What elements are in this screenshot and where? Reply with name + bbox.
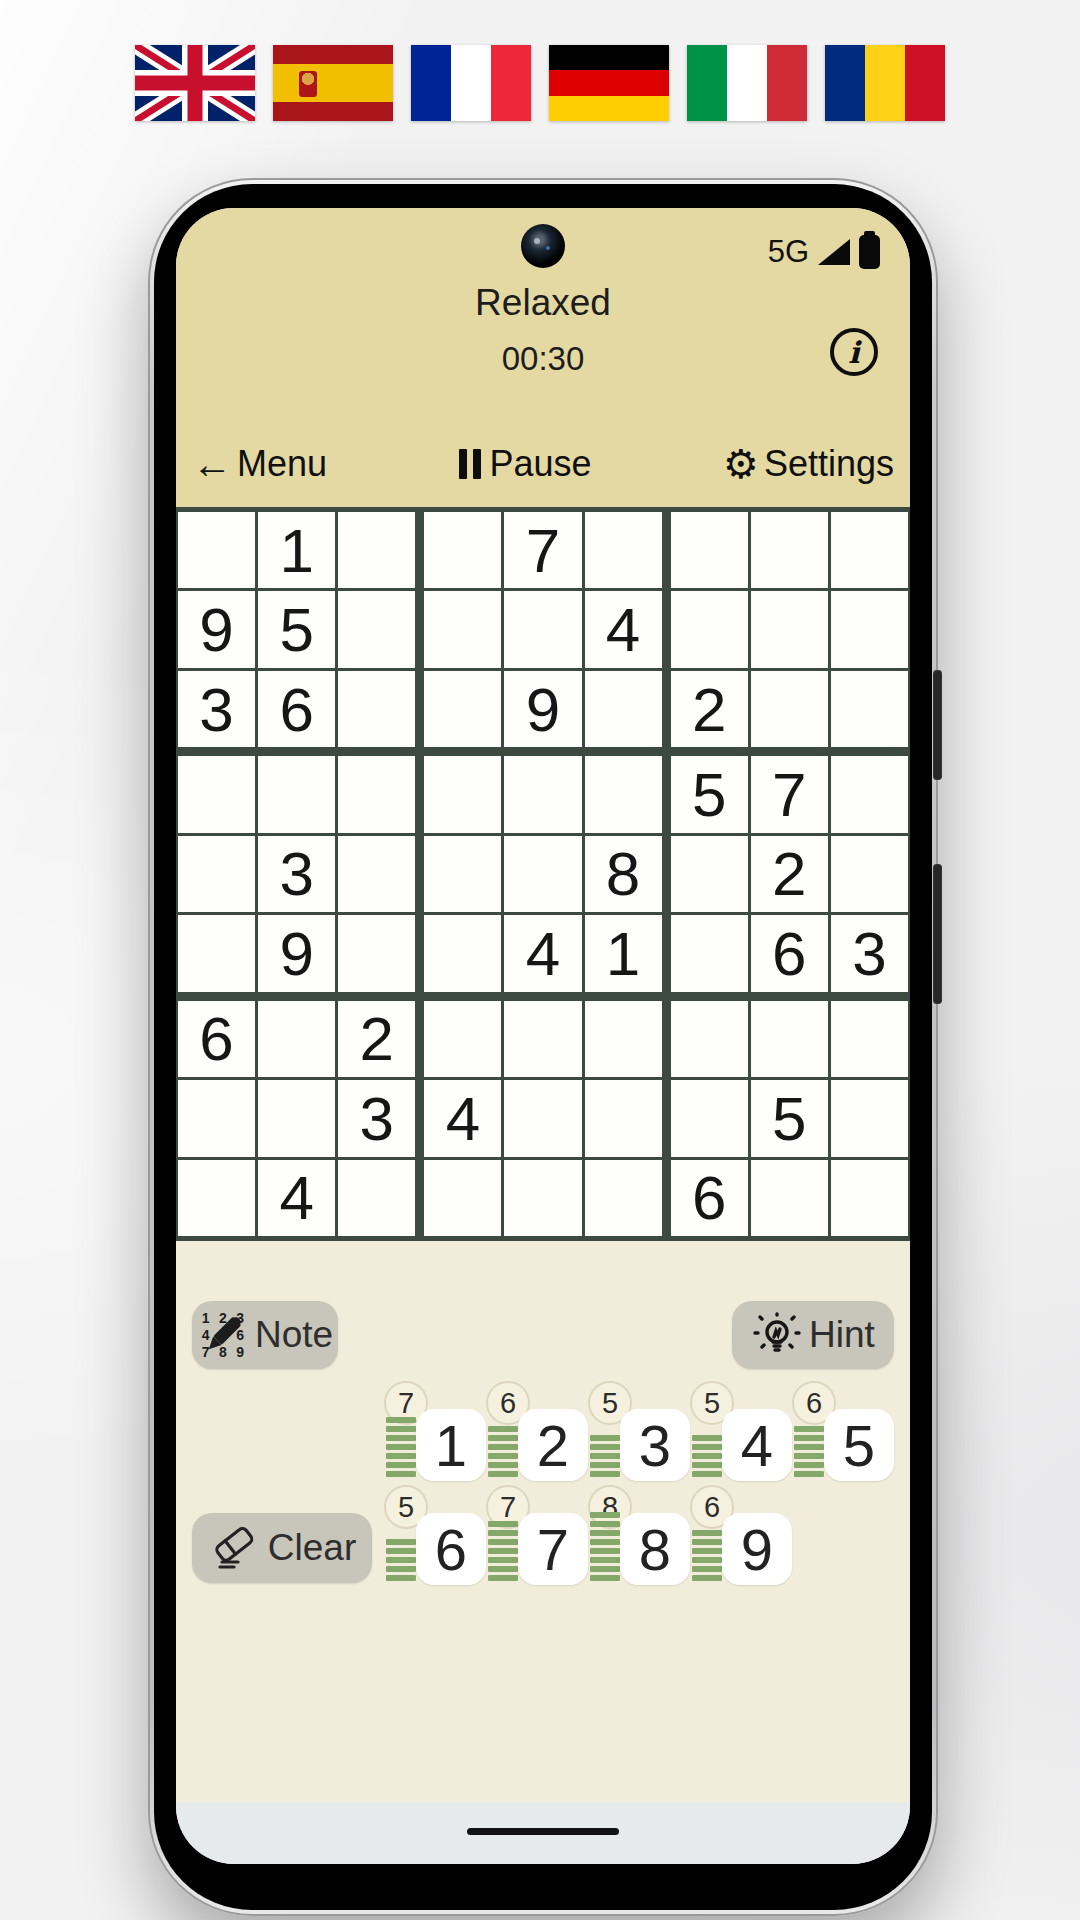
power-button	[933, 670, 942, 780]
cell-r5c1[interactable]	[178, 836, 255, 912]
spain-coat-of-arms	[299, 71, 317, 97]
pad-unit-4: 54	[690, 1381, 792, 1481]
remaining-bars-6	[386, 1539, 416, 1581]
cell-r4c8[interactable]: 7	[751, 756, 828, 832]
cell-r8c4[interactable]: 4	[424, 1080, 501, 1156]
cell-r6c2[interactable]: 9	[258, 915, 335, 991]
cell-r3c6[interactable]	[585, 671, 662, 747]
cell-r9c5[interactable]	[504, 1160, 581, 1236]
gesture-bar	[176, 1802, 910, 1864]
cell-r2c2[interactable]: 5	[258, 591, 335, 667]
pad-unit-2: 62	[486, 1381, 588, 1481]
pause-button[interactable]: Pause	[459, 443, 592, 485]
sudoku-box-6: 57263	[671, 756, 908, 991]
signal-icon	[818, 239, 850, 265]
digit-button-2[interactable]: 2	[518, 1409, 588, 1481]
settings-button[interactable]: ⚙ Settings	[723, 443, 894, 485]
cell-r2c4[interactable]	[424, 591, 501, 667]
cell-r1c1[interactable]	[178, 512, 255, 588]
front-camera	[521, 224, 565, 268]
cell-r5c4[interactable]	[424, 836, 501, 912]
app-lower-panel: 123456789 Note	[176, 1241, 910, 1802]
hint-label: Hint	[809, 1314, 875, 1356]
cell-r7c1[interactable]: 6	[178, 1001, 255, 1077]
cell-r1c3[interactable]	[338, 512, 415, 588]
pause-icon	[459, 449, 481, 479]
cell-r7c8[interactable]	[751, 1001, 828, 1077]
cell-r2c7[interactable]	[671, 591, 748, 667]
cell-r9c6[interactable]	[585, 1160, 662, 1236]
pad-unit-7: 77	[486, 1485, 588, 1585]
cell-r8c6[interactable]	[585, 1080, 662, 1156]
digit-button-5[interactable]: 5	[824, 1409, 894, 1481]
pad-unit-9: 69	[690, 1485, 792, 1585]
cell-r3c3[interactable]	[338, 671, 415, 747]
battery-icon	[859, 235, 880, 269]
sudoku-box-8: 4	[424, 1001, 661, 1236]
remaining-bars-7	[488, 1521, 518, 1581]
note-button[interactable]: 123456789 Note	[192, 1301, 338, 1369]
cell-r4c5[interactable]	[504, 756, 581, 832]
flag-spain-icon[interactable]	[273, 45, 393, 121]
cell-r9c9[interactable]	[831, 1160, 908, 1236]
menu-label: Menu	[237, 443, 327, 485]
pad-unit-8: 88	[588, 1485, 690, 1585]
cell-r3c5[interactable]: 9	[504, 671, 581, 747]
cell-r4c9[interactable]	[831, 756, 908, 832]
cell-r8c2[interactable]	[258, 1080, 335, 1156]
cell-r3c4[interactable]	[424, 671, 501, 747]
app-header: 5G Relaxed 00:30 i ← Menu Pause	[176, 208, 910, 507]
digit-button-3[interactable]: 3	[620, 1409, 690, 1481]
sudoku-box-4: 39	[178, 756, 415, 991]
pad-row-1: 7162535465	[384, 1381, 894, 1481]
flag-france-icon[interactable]	[411, 45, 531, 121]
pad-unit-5: 65	[792, 1381, 894, 1481]
flag-germany-icon[interactable]	[549, 45, 669, 121]
cell-r1c6[interactable]	[585, 512, 662, 588]
phone-mockup: 5G Relaxed 00:30 i ← Menu Pause	[148, 178, 938, 1916]
remaining-bars-1	[386, 1417, 416, 1477]
cell-r2c9[interactable]	[831, 591, 908, 667]
cell-r4c2[interactable]	[258, 756, 335, 832]
sudoku-box-7: 6234	[178, 1001, 415, 1236]
cell-r1c5[interactable]: 7	[504, 512, 581, 588]
cell-r7c9[interactable]	[831, 1001, 908, 1077]
cell-r5c2[interactable]: 3	[258, 836, 335, 912]
cell-r9c3[interactable]	[338, 1160, 415, 1236]
digit-button-9[interactable]: 9	[722, 1513, 792, 1585]
cell-r6c5[interactable]: 4	[504, 915, 581, 991]
pad-unit-3: 53	[588, 1381, 690, 1481]
cell-r5c6[interactable]: 8	[585, 836, 662, 912]
cell-r6c8[interactable]: 6	[751, 915, 828, 991]
cell-r4c1[interactable]	[178, 756, 255, 832]
sudoku-board: 19536749239841572636234456	[176, 507, 910, 1241]
app-screen: 5G Relaxed 00:30 i ← Menu Pause	[176, 208, 910, 1864]
pad-unit-6: 56	[384, 1485, 486, 1585]
cell-r9c2[interactable]: 4	[258, 1160, 335, 1236]
cell-r7c6[interactable]	[585, 1001, 662, 1077]
cell-r3c7[interactable]: 2	[671, 671, 748, 747]
remaining-bars-3	[590, 1435, 620, 1477]
cell-r5c7[interactable]	[671, 836, 748, 912]
union-jack	[135, 45, 255, 121]
info-icon[interactable]: i	[830, 328, 878, 376]
flag-united-kingdom-icon[interactable]	[135, 45, 255, 121]
digit-button-8[interactable]: 8	[620, 1513, 690, 1585]
digit-button-6[interactable]: 6	[416, 1513, 486, 1585]
cell-r8c3[interactable]: 3	[338, 1080, 415, 1156]
cell-r9c7[interactable]: 6	[671, 1160, 748, 1236]
cell-r8c9[interactable]	[831, 1080, 908, 1156]
cell-r2c5[interactable]	[504, 591, 581, 667]
home-indicator[interactable]	[467, 1828, 619, 1835]
sudoku-box-3: 2	[671, 512, 908, 747]
sudoku-box-9: 56	[671, 1001, 908, 1236]
remaining-bars-4	[692, 1435, 722, 1477]
status-bar: 5G	[768, 234, 880, 270]
sudoku-box-1: 19536	[178, 512, 415, 747]
cell-r6c1[interactable]	[178, 915, 255, 991]
cell-r1c8[interactable]	[751, 512, 828, 588]
cell-r6c7[interactable]	[671, 915, 748, 991]
cell-r5c8[interactable]: 2	[751, 836, 828, 912]
lightbulb-icon	[751, 1309, 803, 1361]
network-label: 5G	[768, 234, 809, 270]
sudoku-box-5: 841	[424, 756, 661, 991]
note-pencil-icon: 123456789	[197, 1309, 249, 1361]
sudoku-box-2: 749	[424, 512, 661, 747]
settings-label: Settings	[764, 443, 894, 485]
hint-button[interactable]: Hint	[732, 1301, 894, 1369]
cell-r1c9[interactable]	[831, 512, 908, 588]
top-navbar: ← Menu Pause ⚙ Settings	[192, 443, 894, 485]
cell-r2c8[interactable]	[751, 591, 828, 667]
cell-r6c6[interactable]: 1	[585, 915, 662, 991]
game-timer: 00:30	[176, 324, 910, 378]
pad-row-2: 56778869	[384, 1485, 894, 1585]
volume-button	[933, 864, 942, 1004]
cell-r9c4[interactable]	[424, 1160, 501, 1236]
cell-r3c2[interactable]: 6	[258, 671, 335, 747]
cell-r7c7[interactable]	[671, 1001, 748, 1077]
digit-button-4[interactable]: 4	[722, 1409, 792, 1481]
language-flag-row	[0, 45, 1080, 121]
remaining-bars-9	[692, 1530, 722, 1581]
menu-button[interactable]: ← Menu	[192, 443, 327, 485]
cell-r2c3[interactable]	[338, 591, 415, 667]
flag-romania-icon[interactable]	[825, 45, 945, 121]
cell-r5c9[interactable]	[831, 836, 908, 912]
cell-r3c1[interactable]: 3	[178, 671, 255, 747]
clear-label: Clear	[268, 1527, 356, 1569]
digit-button-7[interactable]: 7	[518, 1513, 588, 1585]
note-label: Note	[255, 1314, 333, 1356]
cell-r4c7[interactable]: 5	[671, 756, 748, 832]
number-pad: 716253546556778869	[384, 1381, 894, 1585]
remaining-bars-8	[590, 1512, 620, 1581]
cell-r8c1[interactable]	[178, 1080, 255, 1156]
cell-r1c7[interactable]	[671, 512, 748, 588]
cell-r6c3[interactable]	[338, 915, 415, 991]
cell-r9c1[interactable]	[178, 1160, 255, 1236]
cell-r7c3[interactable]: 2	[338, 1001, 415, 1077]
cell-r2c6[interactable]: 4	[585, 591, 662, 667]
cell-r5c5[interactable]	[504, 836, 581, 912]
clear-button[interactable]: Clear	[192, 1513, 372, 1583]
phone-bezel: 5G Relaxed 00:30 i ← Menu Pause	[154, 184, 932, 1910]
back-arrow-icon: ←	[192, 444, 232, 484]
flag-italy-icon[interactable]	[687, 45, 807, 121]
cell-r9c8[interactable]	[751, 1160, 828, 1236]
cell-r8c8[interactable]: 5	[751, 1080, 828, 1156]
cell-r3c9[interactable]	[831, 671, 908, 747]
cell-r8c7[interactable]	[671, 1080, 748, 1156]
cell-r6c9[interactable]: 3	[831, 915, 908, 991]
cell-r8c5[interactable]	[504, 1080, 581, 1156]
cell-r5c3[interactable]	[338, 836, 415, 912]
cell-r4c3[interactable]	[338, 756, 415, 832]
cell-r4c6[interactable]	[585, 756, 662, 832]
cell-r3c8[interactable]	[751, 671, 828, 747]
pad-unit-1: 71	[384, 1381, 486, 1481]
pause-label: Pause	[490, 443, 592, 485]
cell-r4c4[interactable]	[424, 756, 501, 832]
cell-r6c4[interactable]	[424, 915, 501, 991]
eraser-icon	[208, 1522, 262, 1574]
gear-icon: ⚙	[723, 444, 759, 484]
cell-r2c1[interactable]: 9	[178, 591, 255, 667]
cell-r7c4[interactable]	[424, 1001, 501, 1077]
cell-r7c5[interactable]	[504, 1001, 581, 1077]
remaining-bars-5	[794, 1426, 824, 1477]
cell-r1c2[interactable]: 1	[258, 512, 335, 588]
cell-r7c2[interactable]	[258, 1001, 335, 1077]
digit-button-1[interactable]: 1	[416, 1409, 486, 1481]
remaining-bars-2	[488, 1426, 518, 1477]
cell-r1c4[interactable]	[424, 512, 501, 588]
